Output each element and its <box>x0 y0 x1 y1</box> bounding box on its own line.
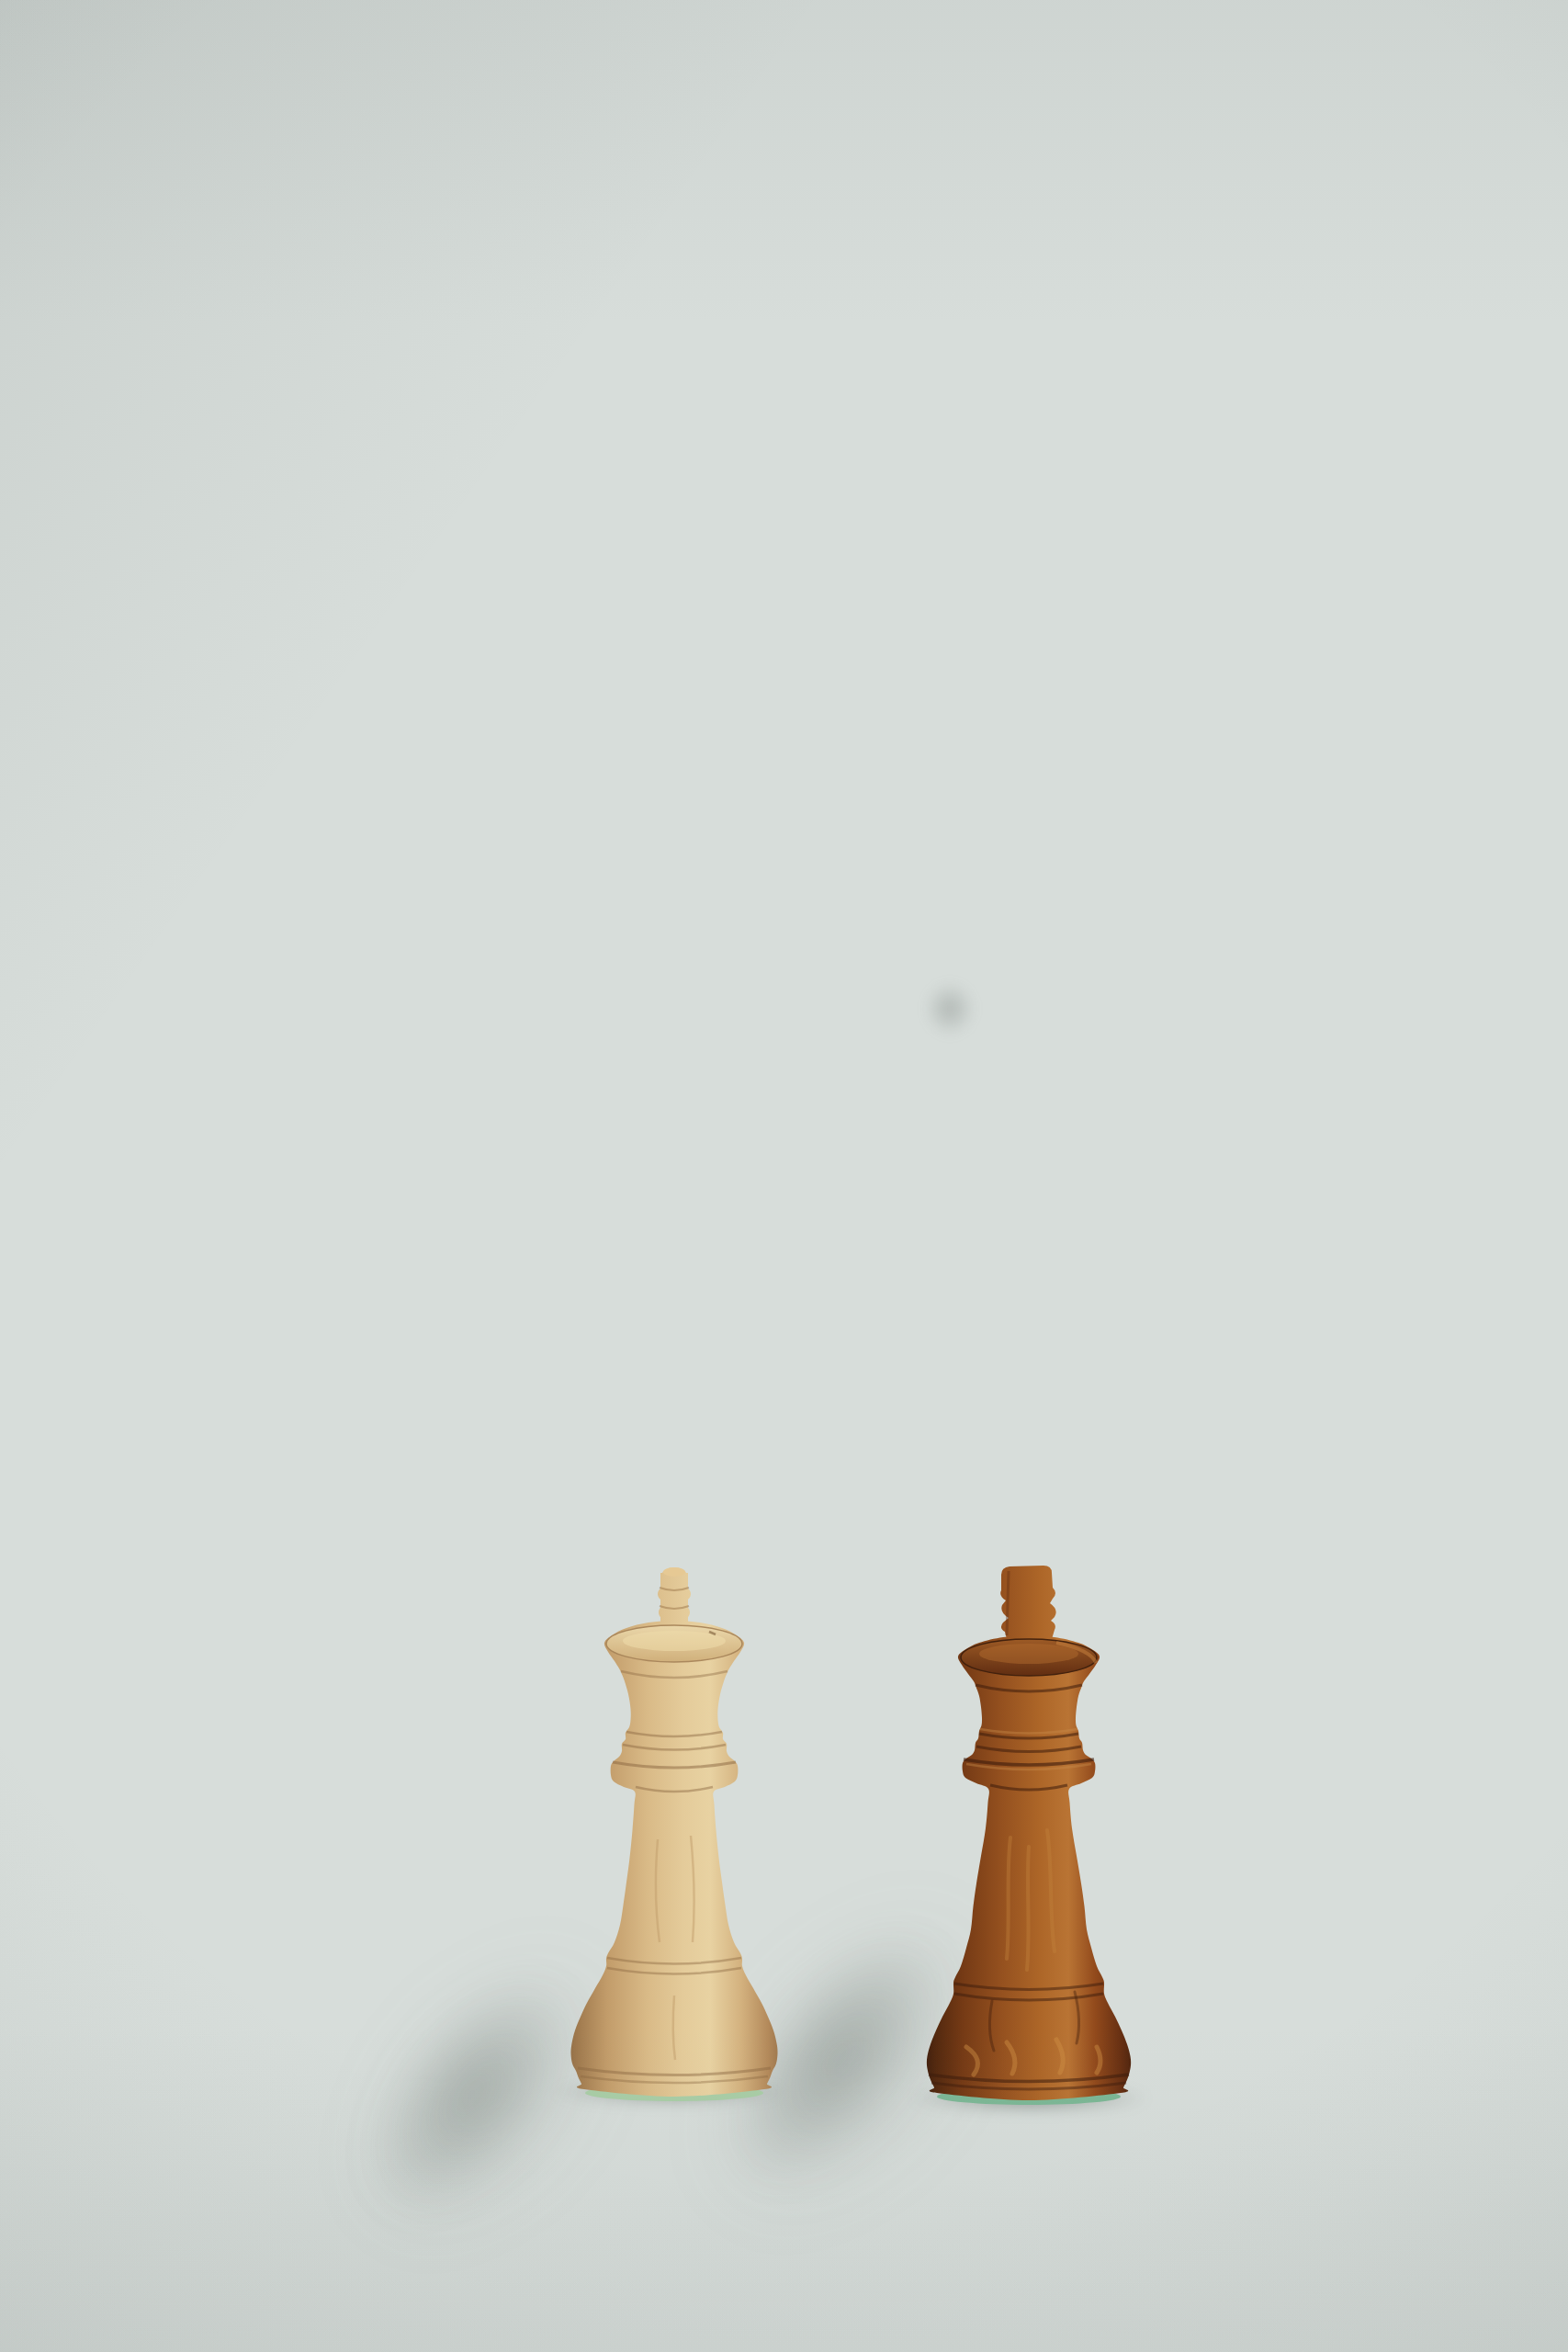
black-king-piece <box>919 1562 1139 2109</box>
black-king-crown-sheen <box>979 1644 1078 1664</box>
white-king-piece <box>562 1564 786 2106</box>
white-king-crown-sheen <box>623 1631 726 1651</box>
studio-photo <box>0 0 1568 2352</box>
white-king-finial <box>658 1567 691 1623</box>
white-king-body <box>570 1621 777 2097</box>
black-king-finial-shading <box>1007 1571 1009 1635</box>
dust-speck <box>924 981 976 1036</box>
